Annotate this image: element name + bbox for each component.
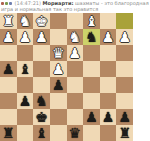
black-pawn[interactable]: ♟ xyxy=(19,94,32,108)
square-e8[interactable] xyxy=(50,125,67,141)
user-icon xyxy=(9,2,12,5)
square-f3[interactable] xyxy=(33,45,50,61)
square-b4[interactable] xyxy=(100,61,117,77)
square-f6[interactable]: ♞ xyxy=(33,93,50,109)
square-h5[interactable] xyxy=(0,77,17,93)
square-d6[interactable] xyxy=(67,93,84,109)
white-bishop[interactable]: ♝ xyxy=(85,14,98,28)
chess-board: ♜♞♚♝♟♟♟♞♞♟♟♛♟♟♝♟♟♟♞♚♟♟♟♜♝♛♜ xyxy=(0,13,133,141)
square-b6[interactable] xyxy=(100,93,117,109)
square-d5[interactable] xyxy=(67,77,84,93)
square-b2[interactable]: ♟ xyxy=(100,29,117,45)
black-knight[interactable]: ♞ xyxy=(35,94,48,108)
black-bishop[interactable]: ♝ xyxy=(35,126,48,140)
square-g4[interactable]: ♝ xyxy=(17,61,34,77)
square-h6[interactable] xyxy=(0,93,17,109)
square-b8[interactable] xyxy=(100,125,117,141)
square-e6[interactable] xyxy=(50,93,67,109)
square-c2[interactable]: ♞ xyxy=(83,29,100,45)
square-f1[interactable]: ♚ xyxy=(33,13,50,29)
black-rook[interactable]: ♜ xyxy=(2,126,15,140)
square-d8[interactable]: ♛ xyxy=(67,125,84,141)
square-g1[interactable]: ♞ xyxy=(17,13,34,29)
square-d4[interactable] xyxy=(67,61,84,77)
white-pawn[interactable]: ♟ xyxy=(118,30,131,44)
square-e3[interactable]: ♛ xyxy=(50,45,67,61)
square-b1[interactable] xyxy=(100,13,117,29)
black-pawn[interactable]: ♟ xyxy=(102,110,115,124)
black-pawn[interactable]: ♟ xyxy=(85,110,98,124)
black-pawn[interactable]: ♟ xyxy=(118,110,131,124)
white-king[interactable]: ♚ xyxy=(35,14,48,28)
square-a6[interactable] xyxy=(116,93,133,109)
square-a1[interactable] xyxy=(116,13,133,29)
square-a4[interactable] xyxy=(116,61,133,77)
white-pawn[interactable]: ♟ xyxy=(19,30,32,44)
black-pawn[interactable]: ♟ xyxy=(2,62,15,76)
board-icon xyxy=(5,2,8,5)
square-g3[interactable] xyxy=(17,45,34,61)
square-h7[interactable] xyxy=(0,109,17,125)
black-bishop[interactable]: ♝ xyxy=(19,62,32,76)
white-pawn[interactable]: ♟ xyxy=(2,30,15,44)
square-f8[interactable]: ♝ xyxy=(33,125,50,141)
black-pawn[interactable]: ♟ xyxy=(52,78,65,92)
square-f5[interactable] xyxy=(33,77,50,93)
square-e4[interactable]: ♟ xyxy=(50,61,67,77)
square-c1[interactable]: ♝ xyxy=(83,13,100,29)
square-a8[interactable]: ♜ xyxy=(116,125,133,141)
square-e2[interactable] xyxy=(50,29,67,45)
square-e1[interactable] xyxy=(50,13,67,29)
square-h2[interactable]: ♟ xyxy=(0,29,17,45)
square-g2[interactable]: ♟ xyxy=(17,29,34,45)
black-queen[interactable]: ♛ xyxy=(69,126,82,140)
white-pawn[interactable]: ♟ xyxy=(102,30,115,44)
square-c5[interactable] xyxy=(83,77,100,93)
square-b7[interactable]: ♟ xyxy=(100,109,117,125)
chat-message-line: (14:47:21) Мориарти: шахматы - это благо… xyxy=(0,0,150,12)
square-g7[interactable] xyxy=(17,109,34,125)
square-g5[interactable] xyxy=(17,77,34,93)
white-knight[interactable]: ♞ xyxy=(19,14,32,28)
white-pawn[interactable]: ♟ xyxy=(52,62,65,76)
square-c3[interactable] xyxy=(83,45,100,61)
white-knight[interactable]: ♞ xyxy=(69,30,82,44)
white-rook[interactable]: ♜ xyxy=(2,14,15,28)
square-h3[interactable] xyxy=(0,45,17,61)
square-c7[interactable]: ♟ xyxy=(83,109,100,125)
square-h8[interactable]: ♜ xyxy=(0,125,17,141)
square-a7[interactable]: ♟ xyxy=(116,109,133,125)
square-c8[interactable] xyxy=(83,125,100,141)
black-knight[interactable]: ♞ xyxy=(85,30,98,44)
square-c4[interactable] xyxy=(83,61,100,77)
square-d1[interactable] xyxy=(67,13,84,29)
square-a5[interactable] xyxy=(116,77,133,93)
square-e5[interactable]: ♟ xyxy=(50,77,67,93)
square-g8[interactable] xyxy=(17,125,34,141)
square-f2[interactable]: ♟ xyxy=(33,29,50,45)
square-d2[interactable]: ♞ xyxy=(67,29,84,45)
square-h1[interactable]: ♜ xyxy=(0,13,17,29)
square-d3[interactable]: ♟ xyxy=(67,45,84,61)
square-g6[interactable]: ♟ xyxy=(17,93,34,109)
black-rook[interactable]: ♜ xyxy=(118,126,131,140)
square-d7[interactable] xyxy=(67,109,84,125)
square-b5[interactable] xyxy=(100,77,117,93)
square-e7[interactable] xyxy=(50,109,67,125)
black-king[interactable]: ♚ xyxy=(35,110,48,124)
square-c6[interactable] xyxy=(83,93,100,109)
square-f7[interactable]: ♚ xyxy=(33,109,50,125)
chat-text-2: нравится xyxy=(74,6,98,12)
square-a2[interactable]: ♟ xyxy=(116,29,133,45)
square-b3[interactable] xyxy=(100,45,117,61)
white-pawn[interactable]: ♟ xyxy=(35,30,48,44)
square-h4[interactable]: ♟ xyxy=(0,61,17,77)
square-f4[interactable] xyxy=(33,61,50,77)
square-a3[interactable] xyxy=(116,45,133,61)
white-pawn[interactable]: ♟ xyxy=(69,46,82,60)
white-queen[interactable]: ♛ xyxy=(52,46,65,60)
flag-icon xyxy=(1,2,4,5)
